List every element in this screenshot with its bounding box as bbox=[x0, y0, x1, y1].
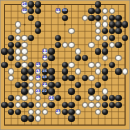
black-stone[interactable] bbox=[62, 62, 68, 68]
move-number-label: 21 bbox=[42, 83, 47, 86]
black-stone[interactable] bbox=[62, 68, 68, 74]
black-stone[interactable] bbox=[115, 102, 121, 108]
white-stone[interactable]: 13 bbox=[42, 55, 48, 61]
black-stone[interactable] bbox=[102, 48, 108, 54]
black-stone[interactable] bbox=[21, 115, 27, 121]
move-number-label: 13 bbox=[42, 56, 47, 59]
black-stone[interactable] bbox=[109, 15, 115, 21]
white-stone[interactable] bbox=[102, 88, 108, 94]
move-number-label: 34 bbox=[62, 9, 67, 12]
black-stone[interactable] bbox=[35, 21, 41, 27]
black-stone[interactable] bbox=[115, 21, 121, 27]
move-number-label: 19 bbox=[36, 76, 41, 79]
white-stone[interactable]: 11 bbox=[42, 48, 48, 54]
move-number-label: 28 bbox=[22, 3, 27, 6]
white-stone[interactable] bbox=[21, 35, 27, 41]
white-stone[interactable]: 21 bbox=[42, 82, 48, 88]
black-stone[interactable] bbox=[15, 62, 21, 68]
black-stone[interactable] bbox=[88, 8, 94, 14]
white-stone[interactable] bbox=[88, 75, 94, 81]
black-stone[interactable] bbox=[8, 48, 14, 54]
black-stone[interactable] bbox=[28, 115, 34, 121]
move-number-label: 23 bbox=[36, 90, 41, 93]
black-stone[interactable] bbox=[95, 48, 101, 54]
white-stone[interactable] bbox=[35, 115, 41, 121]
white-stone[interactable] bbox=[88, 102, 94, 108]
move-number-label: 22 bbox=[42, 90, 47, 93]
black-stone[interactable] bbox=[48, 88, 54, 94]
black-stone[interactable] bbox=[68, 102, 74, 108]
move-number-label: 17 bbox=[36, 70, 41, 73]
white-stone[interactable] bbox=[109, 42, 115, 48]
black-stone[interactable]: 16 bbox=[42, 68, 48, 74]
black-stone[interactable] bbox=[115, 28, 121, 34]
move-number-label: 11 bbox=[42, 50, 47, 53]
black-stone[interactable] bbox=[1, 48, 7, 54]
black-stone[interactable] bbox=[21, 82, 27, 88]
white-stone[interactable] bbox=[88, 42, 94, 48]
move-number-label: 16 bbox=[42, 70, 47, 73]
black-stone[interactable] bbox=[48, 82, 54, 88]
black-stone[interactable] bbox=[102, 68, 108, 74]
black-stone[interactable] bbox=[109, 35, 115, 41]
black-stone[interactable] bbox=[109, 62, 115, 68]
black-stone[interactable] bbox=[62, 15, 68, 21]
white-stone[interactable] bbox=[88, 62, 94, 68]
black-stone[interactable] bbox=[115, 68, 121, 74]
black-stone[interactable] bbox=[115, 95, 121, 101]
white-stone[interactable] bbox=[62, 42, 68, 48]
black-stone[interactable] bbox=[48, 48, 54, 54]
black-stone[interactable] bbox=[21, 68, 27, 74]
star-point bbox=[104, 64, 106, 66]
move-number-label: 33 bbox=[56, 9, 61, 12]
black-stone[interactable] bbox=[15, 42, 21, 48]
white-stone[interactable] bbox=[75, 68, 81, 74]
black-stone[interactable] bbox=[62, 102, 68, 108]
move-number-label: 18 bbox=[42, 76, 47, 79]
white-stone[interactable] bbox=[102, 21, 108, 27]
white-stone[interactable]: 23 bbox=[35, 88, 41, 94]
white-stone[interactable]: 30 bbox=[21, 8, 27, 14]
white-stone[interactable] bbox=[122, 68, 128, 74]
white-stone[interactable] bbox=[15, 48, 21, 54]
black-stone[interactable] bbox=[15, 82, 21, 88]
black-stone[interactable] bbox=[62, 109, 68, 115]
black-stone[interactable] bbox=[88, 88, 94, 94]
black-stone[interactable] bbox=[68, 88, 74, 94]
white-stone[interactable]: 15 bbox=[35, 62, 41, 68]
black-stone[interactable] bbox=[48, 68, 54, 74]
white-stone[interactable] bbox=[21, 48, 27, 54]
black-stone[interactable] bbox=[1, 62, 7, 68]
black-stone[interactable] bbox=[35, 1, 41, 7]
white-stone[interactable] bbox=[68, 42, 74, 48]
black-stone[interactable] bbox=[122, 21, 128, 27]
white-stone[interactable] bbox=[15, 21, 21, 27]
white-stone[interactable] bbox=[21, 42, 27, 48]
black-stone[interactable] bbox=[48, 75, 54, 81]
black-stone[interactable] bbox=[68, 115, 74, 121]
white-stone[interactable]: 17 bbox=[35, 68, 41, 74]
white-stone[interactable] bbox=[21, 62, 27, 68]
white-stone[interactable] bbox=[42, 102, 48, 108]
black-stone[interactable] bbox=[102, 109, 108, 115]
black-stone[interactable]: 22 bbox=[42, 88, 48, 94]
white-stone[interactable]: 27 bbox=[55, 109, 61, 115]
black-stone[interactable] bbox=[42, 62, 48, 68]
white-stone[interactable]: 25 bbox=[48, 95, 54, 101]
screen: 28303334111315171619182123222527 bbox=[0, 0, 130, 130]
white-stone[interactable] bbox=[35, 109, 41, 115]
black-stone[interactable] bbox=[48, 55, 54, 61]
go-board[interactable]: 28303334111315171619182123222527 bbox=[0, 0, 130, 130]
star-point bbox=[24, 24, 26, 26]
star-point bbox=[64, 24, 66, 26]
move-number-label: 15 bbox=[36, 63, 41, 66]
black-stone[interactable] bbox=[21, 75, 27, 81]
white-stone[interactable] bbox=[68, 62, 74, 68]
white-stone[interactable] bbox=[75, 48, 81, 54]
black-stone[interactable] bbox=[48, 102, 54, 108]
white-stone[interactable]: 28 bbox=[21, 1, 27, 7]
black-stone[interactable] bbox=[1, 102, 7, 108]
move-number-label: 27 bbox=[56, 110, 61, 113]
move-number-label: 25 bbox=[49, 97, 54, 100]
white-stone[interactable] bbox=[82, 15, 88, 21]
black-stone[interactable] bbox=[109, 102, 115, 108]
white-stone[interactable] bbox=[8, 68, 14, 74]
white-stone[interactable] bbox=[21, 55, 27, 61]
black-stone[interactable] bbox=[55, 42, 61, 48]
black-stone[interactable] bbox=[68, 75, 74, 81]
black-stone[interactable] bbox=[68, 109, 74, 115]
move-number-label: 30 bbox=[22, 9, 27, 12]
black-stone[interactable] bbox=[21, 88, 27, 94]
black-stone[interactable] bbox=[109, 21, 115, 27]
black-stone[interactable] bbox=[15, 109, 21, 115]
black-stone[interactable] bbox=[21, 102, 27, 108]
black-stone[interactable] bbox=[88, 15, 94, 21]
black-stone[interactable] bbox=[115, 42, 121, 48]
white-stone[interactable] bbox=[42, 109, 48, 115]
black-stone[interactable] bbox=[102, 42, 108, 48]
white-stone[interactable] bbox=[115, 55, 121, 61]
black-stone[interactable] bbox=[115, 15, 121, 21]
